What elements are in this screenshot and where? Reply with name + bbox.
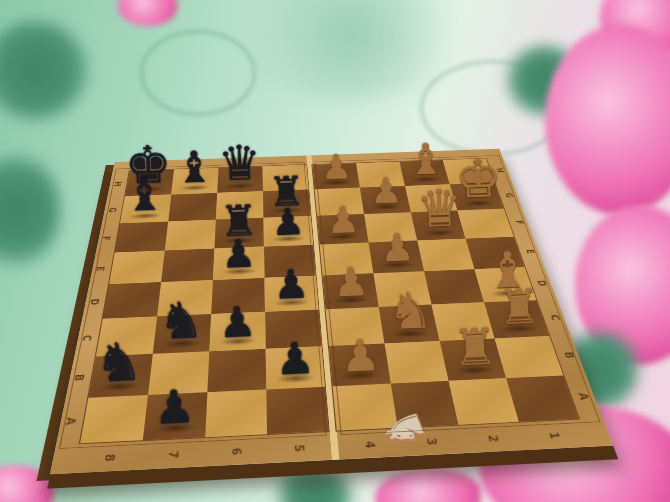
square-f7[interactable] [165,220,216,251]
black-pawn-d5[interactable]: ♟ [272,264,310,306]
black-queen-h6[interactable]: ♛ [217,139,262,188]
file-label-d: D [87,298,101,305]
white-rook-c1[interactable]: ♜ [497,282,541,331]
square-c3[interactable]: ♞ [379,305,440,344]
square-g3[interactable]: ♟ [360,186,411,214]
square-d2[interactable] [424,269,484,304]
file-label-b: B [561,352,577,359]
rank-label-6: 6 [228,447,244,455]
white-pawn-b4[interactable]: ♟ [339,333,380,378]
rank-label-2: 2 [485,435,502,443]
white-knight-c3[interactable]: ♞ [386,285,433,337]
left-half-squares: ♚♝♛♝♜♜♟♟♟♞♟♞♟♟ [80,165,329,443]
rank-label-8: 8 [101,454,118,462]
square-g8[interactable]: ♝ [120,194,171,223]
file-label-c: C [547,314,562,320]
white-rook-b2[interactable]: ♜ [451,321,497,373]
square-d5[interactable]: ♟ [264,276,318,312]
black-bishop-h7[interactable]: ♝ [173,146,213,190]
square-a8[interactable] [80,395,148,443]
square-e8[interactable] [109,250,165,284]
file-label-f: F [513,220,526,225]
rank-label-4: 4 [362,441,378,449]
square-f2[interactable]: ♛ [411,210,466,240]
fabric-swirl [140,30,256,116]
square-c7[interactable]: ♞ [153,314,211,354]
square-h7[interactable]: ♝ [171,168,218,195]
file-label-e: E [93,266,107,271]
rose-blob [375,468,485,502]
square-b3[interactable] [385,341,449,384]
square-b1[interactable] [495,336,564,378]
leaf-blob [270,470,360,502]
file-label-g: G [503,193,516,198]
square-b4[interactable]: ♟ [329,343,391,386]
rank-label-1: 1 [546,432,563,440]
file-label-c: C [79,335,94,342]
white-bishop-h2[interactable]: ♝ [406,138,445,182]
white-pawn-g3[interactable]: ♟ [369,172,402,208]
square-a3[interactable]: ♞ [391,381,459,428]
square-f8[interactable] [115,221,168,252]
rank-label-5: 5 [291,444,307,452]
square-d8[interactable] [103,282,161,319]
square-f1[interactable] [457,209,513,239]
square-e7[interactable] [161,249,214,283]
white-pawn-e3[interactable]: ♟ [379,228,415,268]
file-label-b: B [71,374,87,382]
square-c6[interactable]: ♟ [209,312,265,352]
square-f4[interactable]: ♟ [317,214,369,244]
black-knight-c7[interactable]: ♞ [157,294,205,346]
black-pawn-e6[interactable]: ♟ [220,234,256,274]
square-f5[interactable]: ♟ [263,216,313,247]
file-label-a: A [575,392,592,400]
square-a5[interactable] [266,387,328,434]
square-a1[interactable] [506,375,579,421]
leaf-blob [0,20,90,120]
square-b2[interactable]: ♜ [440,339,506,381]
square-b8[interactable]: ♞ [88,354,152,398]
square-b6[interactable] [207,349,266,392]
square-e6[interactable]: ♟ [213,247,265,280]
rank-label-7: 7 [165,450,181,458]
rose-blob [118,0,178,26]
file-label-g: G [106,207,119,212]
black-pawn-f5[interactable]: ♟ [270,203,305,241]
square-a6[interactable] [205,389,267,437]
white-pawn-f4[interactable]: ♟ [325,201,359,239]
square-g7[interactable] [168,193,217,222]
square-e3[interactable]: ♟ [369,241,425,274]
square-a7[interactable]: ♟ [143,392,208,440]
file-label-h: H [111,181,123,186]
black-pawn-c6[interactable]: ♟ [217,300,257,344]
leaf-blob [0,150,60,270]
square-h6[interactable]: ♛ [217,166,263,192]
black-knight-b8[interactable]: ♞ [93,335,143,390]
black-pawn-a7[interactable]: ♟ [152,383,196,431]
square-d4[interactable]: ♟ [322,273,378,309]
white-pawn-d4[interactable]: ♟ [332,261,369,302]
rose-blob [0,465,55,502]
file-label-a: A [62,417,79,425]
square-b5[interactable]: ♟ [266,346,325,389]
white-pawn-h4[interactable]: ♟ [320,149,352,184]
square-h4[interactable]: ♟ [312,163,360,189]
white-queen-f2[interactable]: ♛ [415,182,463,235]
black-pawn-b5[interactable]: ♟ [274,336,315,382]
square-e2[interactable] [417,239,474,272]
black-bishop-g8[interactable]: ♝ [123,172,165,218]
file-label-f: F [100,236,113,241]
